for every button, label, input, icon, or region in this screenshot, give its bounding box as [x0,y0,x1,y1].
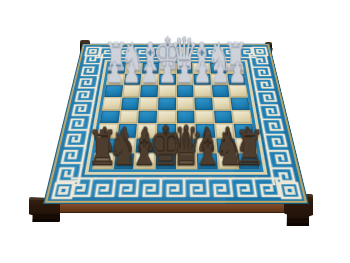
square-r4c7 [232,110,252,123]
square-r0c5: ♝ [193,63,210,73]
square-r2c7 [229,85,248,96]
square-r0c1: ♞ [125,63,142,73]
square-r6c7: ♟ [236,138,257,153]
square-r4c4 [177,110,195,123]
square-r7c5: ♝ [197,154,218,169]
square-r7c3: ♚ [155,154,175,169]
square-r3c2 [139,98,157,110]
square-r6c3: ♟ [156,138,175,153]
square-r4c6 [214,110,233,123]
square-r1c6: ♟ [211,74,229,85]
square-r6c2: ♟ [136,138,156,153]
square-r7c2: ♝ [134,154,155,169]
square-r1c4: ♟ [176,74,193,85]
square-r6c6: ♟ [216,138,237,153]
square-r3c1 [121,98,140,110]
square-r0c0: ♜ [108,63,125,73]
board-grid: ♜♞♝♚♛♝♞♜♟♟♟♟♟♟♟♟♟♟♟♟♟♟♟♟♜♞♝♚♛♝♞♜ [92,63,259,169]
square-r4c5 [195,110,214,123]
square-r0c6: ♞ [210,63,227,73]
square-r6c0: ♟ [95,138,116,153]
square-r1c5: ♟ [194,74,211,85]
chess-set-photo: ♜♞♝♚♛♝♞♜♟♟♟♟♟♟♟♟♟♟♟♟♟♟♟♟♜♞♝♚♛♝♞♜ [0,0,350,263]
square-r4c2 [138,110,157,123]
square-r4c1 [119,110,138,123]
square-r7c1: ♞ [113,154,134,169]
square-r6c4: ♟ [177,138,196,153]
square-r1c3: ♟ [159,74,176,85]
square-r6c1: ♟ [115,138,136,153]
square-r1c7: ♟ [228,74,246,85]
square-r1c1: ♟ [124,74,142,85]
square-r3c5 [195,98,213,110]
square-r3c7 [231,98,250,110]
square-r3c4 [176,98,194,110]
square-r3c3 [158,98,176,110]
square-r2c6 [212,85,230,96]
square-r0c7: ♜ [227,63,244,73]
square-r0c3: ♚ [159,63,175,73]
square-r7c6: ♞ [217,154,238,169]
square-r3c6 [213,98,232,110]
square-r7c4: ♛ [177,154,197,169]
square-r0c2: ♝ [142,63,159,73]
square-r2c2 [140,85,158,96]
square-r2c1 [122,85,140,96]
square-r6c5: ♟ [196,138,216,153]
square-r1c2: ♟ [141,74,158,85]
square-r2c4 [176,85,193,96]
square-r2c5 [194,85,212,96]
chess-board: ♜♞♝♚♛♝♞♜♟♟♟♟♟♟♟♟♟♟♟♟♟♟♟♟♜♞♝♚♛♝♞♜ [43,44,309,204]
square-r7c7: ♜ [238,154,260,169]
square-r3c0 [102,98,121,110]
square-r4c0 [100,110,120,123]
square-r7c0: ♜ [92,154,114,169]
square-r1c0: ♟ [106,74,124,85]
square-r2c3 [158,85,175,96]
square-r4c3 [157,110,175,123]
square-r2c0 [104,85,123,96]
square-r0c4: ♛ [176,63,192,73]
